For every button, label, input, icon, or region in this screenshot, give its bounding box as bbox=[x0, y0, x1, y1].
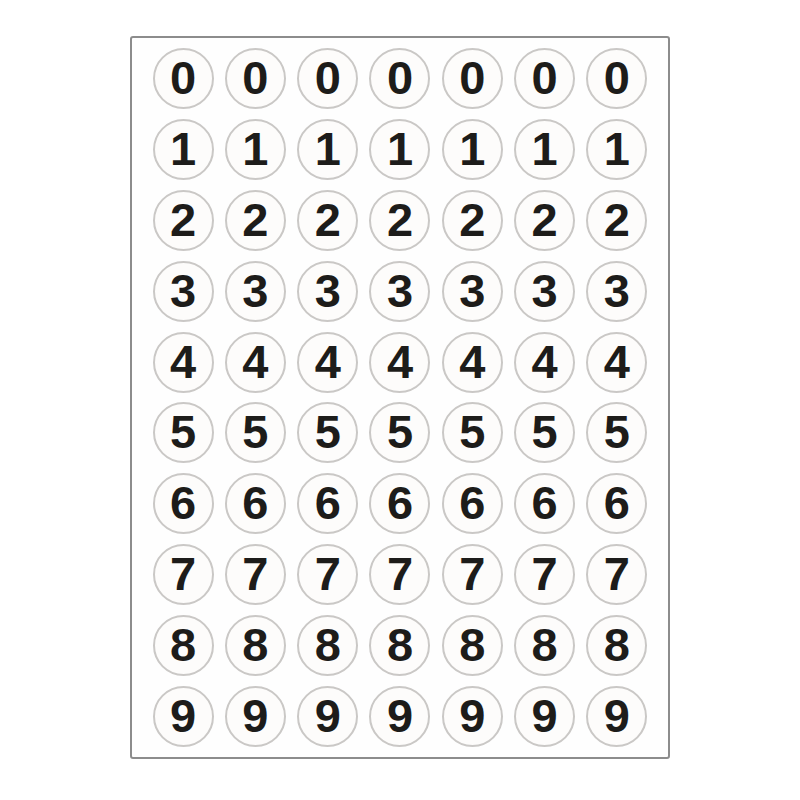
sticker-digit-label: 3 bbox=[242, 267, 268, 314]
sticker-digit-label: 8 bbox=[604, 621, 630, 668]
sticker-digit-label: 4 bbox=[170, 338, 196, 385]
sticker-digit-label: 6 bbox=[170, 479, 196, 526]
sticker-r2c2: 2 bbox=[297, 190, 358, 251]
sticker-r1c2: 1 bbox=[297, 119, 358, 180]
sticker-r2c0: 2 bbox=[153, 190, 214, 251]
sticker-r7c2: 7 bbox=[297, 544, 358, 605]
sticker-digit-label: 7 bbox=[531, 550, 557, 597]
sticker-digit-label: 3 bbox=[604, 267, 630, 314]
sticker-r6c6: 6 bbox=[586, 473, 647, 534]
sticker-r5c4: 5 bbox=[442, 402, 503, 463]
sticker-r8c3: 8 bbox=[369, 615, 430, 676]
sticker-digit-label: 4 bbox=[242, 338, 268, 385]
sticker-r6c2: 6 bbox=[297, 473, 358, 534]
sticker-digit-label: 6 bbox=[315, 479, 341, 526]
sticker-r4c2: 4 bbox=[297, 332, 358, 393]
sticker-digit-label: 4 bbox=[315, 338, 341, 385]
sticker-digit-label: 9 bbox=[315, 692, 341, 739]
sticker-digit-label: 4 bbox=[459, 338, 485, 385]
sticker-r2c3: 2 bbox=[369, 190, 430, 251]
sticker-r5c5: 5 bbox=[514, 402, 575, 463]
sticker-digit-label: 9 bbox=[170, 692, 196, 739]
sticker-r4c6: 4 bbox=[586, 332, 647, 393]
sticker-r8c6: 8 bbox=[586, 615, 647, 676]
sticker-digit-label: 8 bbox=[315, 621, 341, 668]
sticker-r6c0: 6 bbox=[153, 473, 214, 534]
sticker-r7c4: 7 bbox=[442, 544, 503, 605]
sticker-r2c1: 2 bbox=[225, 190, 286, 251]
sticker-digit-label: 8 bbox=[387, 621, 413, 668]
sticker-digit-label: 2 bbox=[315, 196, 341, 243]
sticker-digit-label: 7 bbox=[242, 550, 268, 597]
sticker-r9c6: 9 bbox=[586, 686, 647, 747]
sticker-digit-label: 2 bbox=[604, 196, 630, 243]
sticker-digit-label: 1 bbox=[315, 125, 341, 172]
sticker-digit-label: 0 bbox=[170, 54, 196, 101]
sticker-digit-label: 9 bbox=[242, 692, 268, 739]
sticker-r2c6: 2 bbox=[586, 190, 647, 251]
sticker-r3c5: 3 bbox=[514, 261, 575, 322]
sticker-digit-label: 5 bbox=[459, 408, 485, 455]
sticker-digit-label: 6 bbox=[242, 479, 268, 526]
sticker-digit-label: 7 bbox=[170, 550, 196, 597]
sticker-digit-label: 6 bbox=[459, 479, 485, 526]
sticker-r4c3: 4 bbox=[369, 332, 430, 393]
sticker-digit-label: 3 bbox=[387, 267, 413, 314]
sticker-digit-label: 5 bbox=[170, 408, 196, 455]
sticker-r5c2: 5 bbox=[297, 402, 358, 463]
sticker-digit-label: 9 bbox=[387, 692, 413, 739]
sticker-r6c4: 6 bbox=[442, 473, 503, 534]
sticker-digit-label: 2 bbox=[170, 196, 196, 243]
sticker-digit-label: 4 bbox=[604, 338, 630, 385]
sticker-digit-label: 5 bbox=[315, 408, 341, 455]
sticker-r1c5: 1 bbox=[514, 119, 575, 180]
sticker-digit-label: 1 bbox=[604, 125, 630, 172]
sticker-r3c2: 3 bbox=[297, 261, 358, 322]
sticker-r9c4: 9 bbox=[442, 686, 503, 747]
sticker-digit-label: 9 bbox=[459, 692, 485, 739]
sticker-r3c6: 3 bbox=[586, 261, 647, 322]
sticker-r7c6: 7 bbox=[586, 544, 647, 605]
sticker-digit-label: 0 bbox=[387, 54, 413, 101]
sticker-digit-label: 1 bbox=[387, 125, 413, 172]
sticker-r0c6: 0 bbox=[586, 48, 647, 109]
sticker-digit-label: 8 bbox=[459, 621, 485, 668]
sticker-r8c5: 8 bbox=[514, 615, 575, 676]
sticker-r4c4: 4 bbox=[442, 332, 503, 393]
sticker-r1c6: 1 bbox=[586, 119, 647, 180]
sticker-r5c6: 5 bbox=[586, 402, 647, 463]
sticker-digit-label: 2 bbox=[387, 196, 413, 243]
sticker-r5c0: 5 bbox=[153, 402, 214, 463]
sticker-r3c4: 3 bbox=[442, 261, 503, 322]
sticker-r1c4: 1 bbox=[442, 119, 503, 180]
sticker-r9c3: 9 bbox=[369, 686, 430, 747]
sticker-r2c4: 2 bbox=[442, 190, 503, 251]
sticker-digit-label: 3 bbox=[315, 267, 341, 314]
sticker-r8c0: 8 bbox=[153, 615, 214, 676]
sticker-digit-label: 3 bbox=[170, 267, 196, 314]
sticker-r7c5: 7 bbox=[514, 544, 575, 605]
sticker-r4c1: 4 bbox=[225, 332, 286, 393]
sticker-digit-label: 8 bbox=[242, 621, 268, 668]
sticker-r6c1: 6 bbox=[225, 473, 286, 534]
sticker-digit-label: 9 bbox=[531, 692, 557, 739]
sticker-digit-label: 5 bbox=[387, 408, 413, 455]
sticker-r8c1: 8 bbox=[225, 615, 286, 676]
page-background: 0000000111111122222223333333444444455555… bbox=[0, 0, 800, 800]
sticker-digit-label: 7 bbox=[387, 550, 413, 597]
sticker-r4c0: 4 bbox=[153, 332, 214, 393]
sticker-r2c5: 2 bbox=[514, 190, 575, 251]
sticker-r1c3: 1 bbox=[369, 119, 430, 180]
sticker-digit-label: 6 bbox=[531, 479, 557, 526]
sticker-r7c1: 7 bbox=[225, 544, 286, 605]
sticker-r0c4: 0 bbox=[442, 48, 503, 109]
sticker-digit-label: 6 bbox=[604, 479, 630, 526]
sticker-r0c2: 0 bbox=[297, 48, 358, 109]
sticker-digit-label: 3 bbox=[531, 267, 557, 314]
sticker-r1c0: 1 bbox=[153, 119, 214, 180]
sticker-digit-label: 2 bbox=[531, 196, 557, 243]
sticker-digit-label: 5 bbox=[531, 408, 557, 455]
sticker-digit-label: 0 bbox=[315, 54, 341, 101]
sticker-r0c1: 0 bbox=[225, 48, 286, 109]
sticker-digit-label: 0 bbox=[242, 54, 268, 101]
sticker-digit-label: 1 bbox=[170, 125, 196, 172]
sticker-r9c2: 9 bbox=[297, 686, 358, 747]
sticker-digit-label: 2 bbox=[459, 196, 485, 243]
sticker-r9c1: 9 bbox=[225, 686, 286, 747]
sticker-digit-label: 7 bbox=[459, 550, 485, 597]
sticker-r6c3: 6 bbox=[369, 473, 430, 534]
sticker-digit-label: 7 bbox=[315, 550, 341, 597]
sticker-digit-label: 9 bbox=[604, 692, 630, 739]
sticker-r8c4: 8 bbox=[442, 615, 503, 676]
sticker-sheet: 0000000111111122222223333333444444455555… bbox=[130, 36, 670, 759]
sticker-digit-label: 1 bbox=[242, 125, 268, 172]
sticker-r9c5: 9 bbox=[514, 686, 575, 747]
sticker-digit-label: 0 bbox=[604, 54, 630, 101]
sticker-r0c5: 0 bbox=[514, 48, 575, 109]
sticker-digit-label: 7 bbox=[604, 550, 630, 597]
sticker-r3c1: 3 bbox=[225, 261, 286, 322]
sticker-r7c0: 7 bbox=[153, 544, 214, 605]
sticker-digit-label: 1 bbox=[459, 125, 485, 172]
sticker-digit-label: 3 bbox=[459, 267, 485, 314]
sticker-r7c3: 7 bbox=[369, 544, 430, 605]
sticker-r6c5: 6 bbox=[514, 473, 575, 534]
sticker-digit-label: 4 bbox=[531, 338, 557, 385]
sticker-digit-label: 6 bbox=[387, 479, 413, 526]
sticker-r9c0: 9 bbox=[153, 686, 214, 747]
sticker-r3c3: 3 bbox=[369, 261, 430, 322]
sticker-r5c3: 5 bbox=[369, 402, 430, 463]
sticker-digit-label: 0 bbox=[531, 54, 557, 101]
sticker-digit-label: 4 bbox=[387, 338, 413, 385]
sticker-r1c1: 1 bbox=[225, 119, 286, 180]
sticker-digit-label: 8 bbox=[531, 621, 557, 668]
sticker-r3c0: 3 bbox=[153, 261, 214, 322]
sticker-digit-label: 5 bbox=[604, 408, 630, 455]
sticker-digit-label: 2 bbox=[242, 196, 268, 243]
sticker-digit-label: 1 bbox=[531, 125, 557, 172]
sticker-r8c2: 8 bbox=[297, 615, 358, 676]
sticker-digit-label: 0 bbox=[459, 54, 485, 101]
sticker-r0c0: 0 bbox=[153, 48, 214, 109]
sticker-digit-label: 8 bbox=[170, 621, 196, 668]
sticker-r5c1: 5 bbox=[225, 402, 286, 463]
sticker-r0c3: 0 bbox=[369, 48, 430, 109]
sticker-digit-label: 5 bbox=[242, 408, 268, 455]
sticker-r4c5: 4 bbox=[514, 332, 575, 393]
